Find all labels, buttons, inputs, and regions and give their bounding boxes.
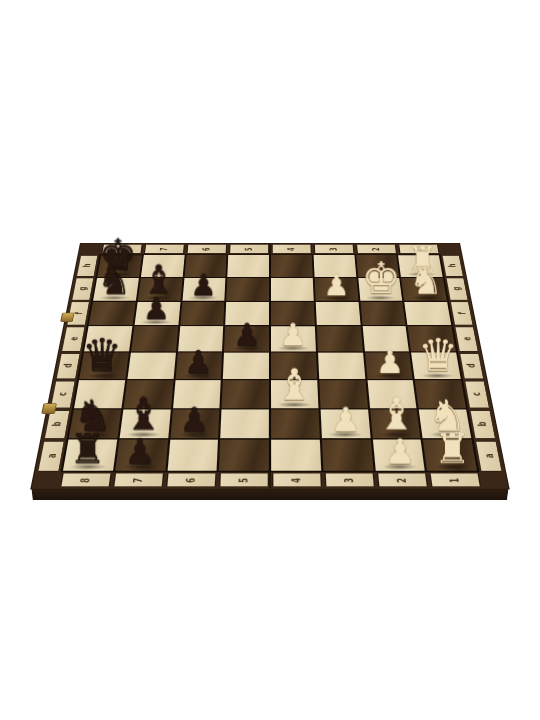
square-d2[interactable]: ♟ <box>365 353 413 379</box>
square-f8[interactable] <box>89 301 136 325</box>
square-d5[interactable] <box>223 353 269 379</box>
piece-white-pawn-e4[interactable]: ♟ <box>279 319 307 350</box>
piece-white-queen-d1[interactable]: ♛ <box>417 333 457 378</box>
square-d3[interactable] <box>318 353 365 379</box>
coordinate-label-h: h <box>77 255 98 276</box>
square-g3[interactable]: ♟ <box>314 278 358 301</box>
piece-black-pawn-g6[interactable]: ♟ <box>190 270 216 299</box>
square-a7[interactable]: ♟ <box>115 440 168 471</box>
square-a1[interactable]: ♜ <box>423 440 477 471</box>
coordinate-label-5: 5 <box>219 474 269 487</box>
square-g4[interactable] <box>271 278 314 301</box>
square-c5[interactable] <box>222 380 269 408</box>
square-g1[interactable]: ♞ <box>401 278 447 301</box>
piece-white-rook-a1[interactable]: ♜ <box>433 428 470 469</box>
coordinate-label-4: 4 <box>272 474 322 487</box>
square-h4[interactable] <box>271 255 313 277</box>
square-b6[interactable]: ♟ <box>170 409 220 438</box>
coordinate-label-1: 1 <box>429 474 480 487</box>
piece-white-bishop-b2[interactable]: ♝ <box>376 393 416 437</box>
square-e7[interactable] <box>131 326 178 351</box>
square-e4[interactable]: ♟ <box>271 326 316 351</box>
coordinate-label-d: d <box>57 353 80 379</box>
square-g2[interactable]: ♚ <box>358 278 403 301</box>
coordinate-label-4: 4 <box>271 245 311 253</box>
square-e3[interactable] <box>317 326 363 351</box>
coordinate-label-3: 3 <box>314 245 354 253</box>
coordinate-label-7: 7 <box>144 245 185 253</box>
piece-black-queen-d8[interactable]: ♛ <box>82 333 122 378</box>
square-h5[interactable] <box>228 255 270 277</box>
coordinate-label-a: a <box>476 441 502 471</box>
coordinate-label-c: c <box>465 381 489 408</box>
piece-black-knight-g8[interactable]: ♞ <box>98 261 132 299</box>
square-g6[interactable]: ♟ <box>182 278 226 301</box>
square-b5[interactable] <box>220 409 268 438</box>
square-d8[interactable]: ♛ <box>79 353 128 379</box>
piece-black-bishop-b7[interactable]: ♝ <box>124 393 164 437</box>
square-e5[interactable]: ♟ <box>224 326 269 351</box>
piece-black-rook-a8[interactable]: ♜ <box>70 428 107 469</box>
square-a3[interactable] <box>322 440 373 471</box>
piece-black-pawn-f7[interactable]: ♟ <box>143 294 170 324</box>
coordinate-label-6: 6 <box>186 245 226 253</box>
square-b4[interactable] <box>271 409 319 438</box>
coordinate-label-g: g <box>447 278 468 300</box>
square-f3[interactable] <box>315 301 360 325</box>
coordinate-label-b: b <box>470 410 495 439</box>
square-d7[interactable] <box>127 353 175 379</box>
piece-white-knight-g1[interactable]: ♞ <box>408 261 442 299</box>
coordinate-label-g: g <box>72 278 93 300</box>
coordinate-label-d: d <box>460 353 483 379</box>
coordinate-label-2: 2 <box>377 474 428 487</box>
coordinate-label-b: b <box>45 410 70 439</box>
square-b3[interactable]: ♟ <box>320 409 370 438</box>
square-g8[interactable]: ♞ <box>93 278 139 301</box>
square-g5[interactable] <box>226 278 269 301</box>
square-a6[interactable] <box>167 440 218 471</box>
piece-white-pawn-b3[interactable]: ♟ <box>331 404 361 438</box>
coordinate-label-e: e <box>455 327 477 352</box>
coordinate-label-a: a <box>38 441 64 471</box>
piece-black-pawn-d6[interactable]: ♟ <box>184 346 212 378</box>
square-f2[interactable] <box>360 301 406 325</box>
coordinate-label-h: h <box>442 255 463 276</box>
perspective-scene: 87654321 87654321 hgfedcba hgfedcba ♚♜♞♝… <box>30 112 510 592</box>
chess-board[interactable]: 87654321 87654321 hgfedcba hgfedcba ♚♜♞♝… <box>30 243 510 490</box>
square-a4[interactable] <box>271 440 321 471</box>
coordinate-label-6: 6 <box>166 474 216 487</box>
board-fold-seam <box>269 243 271 488</box>
piece-black-pawn-a7[interactable]: ♟ <box>125 435 156 469</box>
square-f6[interactable] <box>180 301 225 325</box>
coordinate-label-5: 5 <box>229 245 269 253</box>
coordinate-label-f: f <box>451 301 473 324</box>
brass-hinge-icon <box>41 403 57 414</box>
piece-black-pawn-b6[interactable]: ♟ <box>179 404 209 438</box>
square-f7[interactable]: ♟ <box>134 301 180 325</box>
piece-white-pawn-g3[interactable]: ♟ <box>323 270 349 299</box>
square-a2[interactable]: ♟ <box>372 440 425 471</box>
piece-black-pawn-e5[interactable]: ♟ <box>233 319 261 350</box>
square-d6[interactable]: ♟ <box>175 353 222 379</box>
piece-white-king-g2[interactable]: ♚ <box>361 256 400 300</box>
coordinate-label-8: 8 <box>60 474 111 487</box>
piece-white-bishop-c4[interactable]: ♝ <box>275 363 314 406</box>
square-a5[interactable] <box>219 440 269 471</box>
piece-white-pawn-d2[interactable]: ♟ <box>375 346 403 378</box>
square-c4[interactable]: ♝ <box>271 380 318 408</box>
coordinate-label-7: 7 <box>113 474 164 487</box>
square-f1[interactable] <box>404 301 451 325</box>
square-a8[interactable]: ♜ <box>63 440 117 471</box>
product-photo-stage: 87654321 87654321 hgfedcba hgfedcba ♚♜♞♝… <box>0 0 540 720</box>
square-d1[interactable]: ♛ <box>411 353 460 379</box>
coordinate-label-3: 3 <box>324 474 374 487</box>
piece-white-pawn-a2[interactable]: ♟ <box>384 435 415 469</box>
